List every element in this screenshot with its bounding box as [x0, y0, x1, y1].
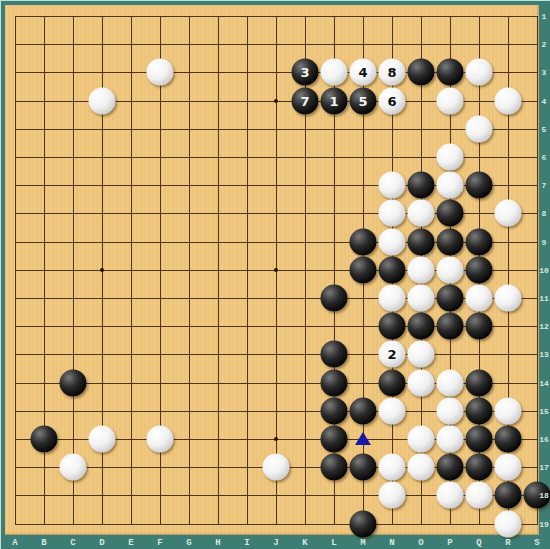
row-label-13: 13: [539, 350, 549, 359]
black-stone-O9[interactable]: [408, 228, 435, 255]
row-label-16: 16: [539, 435, 549, 444]
white-stone-P4[interactable]: [437, 87, 464, 114]
black-stone-M9[interactable]: [350, 228, 377, 255]
row-label-3: 3: [542, 68, 547, 77]
black-stone-P17[interactable]: [437, 454, 464, 481]
black-stone-O12[interactable]: [408, 313, 435, 340]
black-stone-N12[interactable]: [379, 313, 406, 340]
white-stone-N4[interactable]: 6: [379, 87, 406, 114]
black-stone-N14[interactable]: [379, 369, 406, 396]
column-label-A: A: [12, 538, 17, 548]
move-number: 6: [387, 94, 396, 107]
white-stone-J17[interactable]: [263, 454, 290, 481]
white-stone-L3[interactable]: [321, 59, 348, 86]
black-stone-C14[interactable]: [60, 369, 87, 396]
white-stone-Q11[interactable]: [466, 285, 493, 312]
white-stone-P14[interactable]: [437, 369, 464, 396]
black-stone-Q17[interactable]: [466, 454, 493, 481]
column-label-I: I: [244, 538, 249, 548]
black-stone-Q16[interactable]: [466, 426, 493, 453]
black-stone-M4[interactable]: 5: [350, 87, 377, 114]
column-label-M: M: [360, 538, 365, 548]
black-stone-Q7[interactable]: [466, 172, 493, 199]
row-label-10: 10: [539, 265, 549, 274]
white-stone-P18[interactable]: [437, 482, 464, 509]
move-number: 8: [387, 66, 396, 79]
black-stone-P11[interactable]: [437, 285, 464, 312]
column-label-J: J: [273, 538, 278, 548]
star-point: [100, 268, 104, 272]
white-stone-R15[interactable]: [495, 397, 522, 424]
white-stone-N9[interactable]: [379, 228, 406, 255]
black-stone-R18[interactable]: [495, 482, 522, 509]
white-stone-F3[interactable]: [147, 59, 174, 86]
column-label-E: E: [128, 538, 133, 548]
column-label-L: L: [331, 538, 336, 548]
black-stone-K4[interactable]: 7: [292, 87, 319, 114]
black-stone-B16[interactable]: [31, 426, 58, 453]
move-number: 7: [300, 94, 309, 107]
white-stone-N17[interactable]: [379, 454, 406, 481]
white-stone-Q5[interactable]: [466, 115, 493, 142]
move-number: 2: [387, 348, 396, 361]
move-number: 3: [300, 66, 309, 79]
white-stone-O11[interactable]: [408, 285, 435, 312]
black-stone-P9[interactable]: [437, 228, 464, 255]
row-label-4: 4: [542, 96, 547, 105]
black-stone-M15[interactable]: [350, 397, 377, 424]
column-label-Q: Q: [476, 538, 481, 548]
black-stone-O7[interactable]: [408, 172, 435, 199]
column-label-G: G: [186, 538, 191, 548]
row-label-6: 6: [542, 153, 547, 162]
column-label-C: C: [70, 538, 75, 548]
black-stone-L16[interactable]: [321, 426, 348, 453]
row-label-2: 2: [542, 40, 547, 49]
column-label-P: P: [447, 538, 452, 548]
star-point: [274, 437, 278, 441]
go-app-window: 34871562 ABCDEFGHIJKLMNOPQRS123456789101…: [0, 0, 550, 549]
white-stone-O8[interactable]: [408, 200, 435, 227]
white-stone-N3[interactable]: 8: [379, 59, 406, 86]
white-stone-R17[interactable]: [495, 454, 522, 481]
white-stone-F16[interactable]: [147, 426, 174, 453]
row-label-17: 17: [539, 463, 549, 472]
column-label-S: S: [534, 538, 539, 548]
black-stone-Q15[interactable]: [466, 397, 493, 424]
column-label-O: O: [418, 538, 423, 548]
row-label-15: 15: [539, 406, 549, 415]
white-stone-P6[interactable]: [437, 144, 464, 171]
white-stone-O14[interactable]: [408, 369, 435, 396]
row-label-8: 8: [542, 209, 547, 218]
white-stone-O16[interactable]: [408, 426, 435, 453]
black-stone-L15[interactable]: [321, 397, 348, 424]
white-stone-O17[interactable]: [408, 454, 435, 481]
row-label-1: 1: [542, 12, 547, 21]
white-stone-R11[interactable]: [495, 285, 522, 312]
grid-hline: [15, 524, 538, 525]
white-stone-O10[interactable]: [408, 256, 435, 283]
black-stone-R16[interactable]: [495, 426, 522, 453]
grid-vline: [537, 16, 538, 525]
black-stone-L17[interactable]: [321, 454, 348, 481]
black-stone-P12[interactable]: [437, 313, 464, 340]
column-label-F: F: [157, 538, 162, 548]
black-stone-M19[interactable]: [350, 510, 377, 537]
white-stone-P7[interactable]: [437, 172, 464, 199]
black-stone-L4[interactable]: 1: [321, 87, 348, 114]
row-label-9: 9: [542, 237, 547, 246]
black-stone-N10[interactable]: [379, 256, 406, 283]
black-stone-Q12[interactable]: [466, 313, 493, 340]
column-label-R: R: [505, 538, 510, 548]
white-stone-R8[interactable]: [495, 200, 522, 227]
star-point: [274, 268, 278, 272]
white-stone-N15[interactable]: [379, 397, 406, 424]
white-stone-P10[interactable]: [437, 256, 464, 283]
black-stone-M17[interactable]: [350, 454, 377, 481]
white-stone-P16[interactable]: [437, 426, 464, 453]
row-label-19: 19: [539, 519, 549, 528]
black-stone-M10[interactable]: [350, 256, 377, 283]
black-stone-O3[interactable]: [408, 59, 435, 86]
move-number: 5: [358, 94, 367, 107]
white-stone-D4[interactable]: [89, 87, 116, 114]
move-number: 1: [329, 94, 338, 107]
white-stone-N7[interactable]: [379, 172, 406, 199]
triangle-marker: [355, 432, 371, 445]
black-stone-L11[interactable]: [321, 285, 348, 312]
column-label-B: B: [41, 538, 46, 548]
white-stone-N8[interactable]: [379, 200, 406, 227]
black-stone-P8[interactable]: [437, 200, 464, 227]
row-label-5: 5: [542, 124, 547, 133]
black-stone-P3[interactable]: [437, 59, 464, 86]
column-label-H: H: [215, 538, 220, 548]
black-stone-L13[interactable]: [321, 341, 348, 368]
white-stone-C17[interactable]: [60, 454, 87, 481]
white-stone-P15[interactable]: [437, 397, 464, 424]
column-label-N: N: [389, 538, 394, 548]
white-stone-O13[interactable]: [408, 341, 435, 368]
white-stone-R19[interactable]: [495, 510, 522, 537]
row-label-18: 18: [539, 491, 549, 500]
black-stone-Q14[interactable]: [466, 369, 493, 396]
black-stone-L14[interactable]: [321, 369, 348, 396]
row-label-14: 14: [539, 378, 549, 387]
white-stone-Q3[interactable]: [466, 59, 493, 86]
white-stone-N13[interactable]: 2: [379, 341, 406, 368]
column-label-D: D: [99, 538, 104, 548]
move-number: 4: [358, 66, 367, 79]
row-label-12: 12: [539, 322, 549, 331]
row-label-7: 7: [542, 181, 547, 190]
white-stone-R4[interactable]: [495, 87, 522, 114]
white-stone-N18[interactable]: [379, 482, 406, 509]
white-stone-M3[interactable]: 4: [350, 59, 377, 86]
grid-hline: [15, 354, 538, 355]
black-stone-K3[interactable]: 3: [292, 59, 319, 86]
row-label-11: 11: [539, 294, 549, 303]
black-stone-Q10[interactable]: [466, 256, 493, 283]
star-point: [274, 99, 278, 103]
column-label-K: K: [302, 538, 307, 548]
white-stone-N11[interactable]: [379, 285, 406, 312]
white-stone-D16[interactable]: [89, 426, 116, 453]
black-stone-Q9[interactable]: [466, 228, 493, 255]
white-stone-Q18[interactable]: [466, 482, 493, 509]
